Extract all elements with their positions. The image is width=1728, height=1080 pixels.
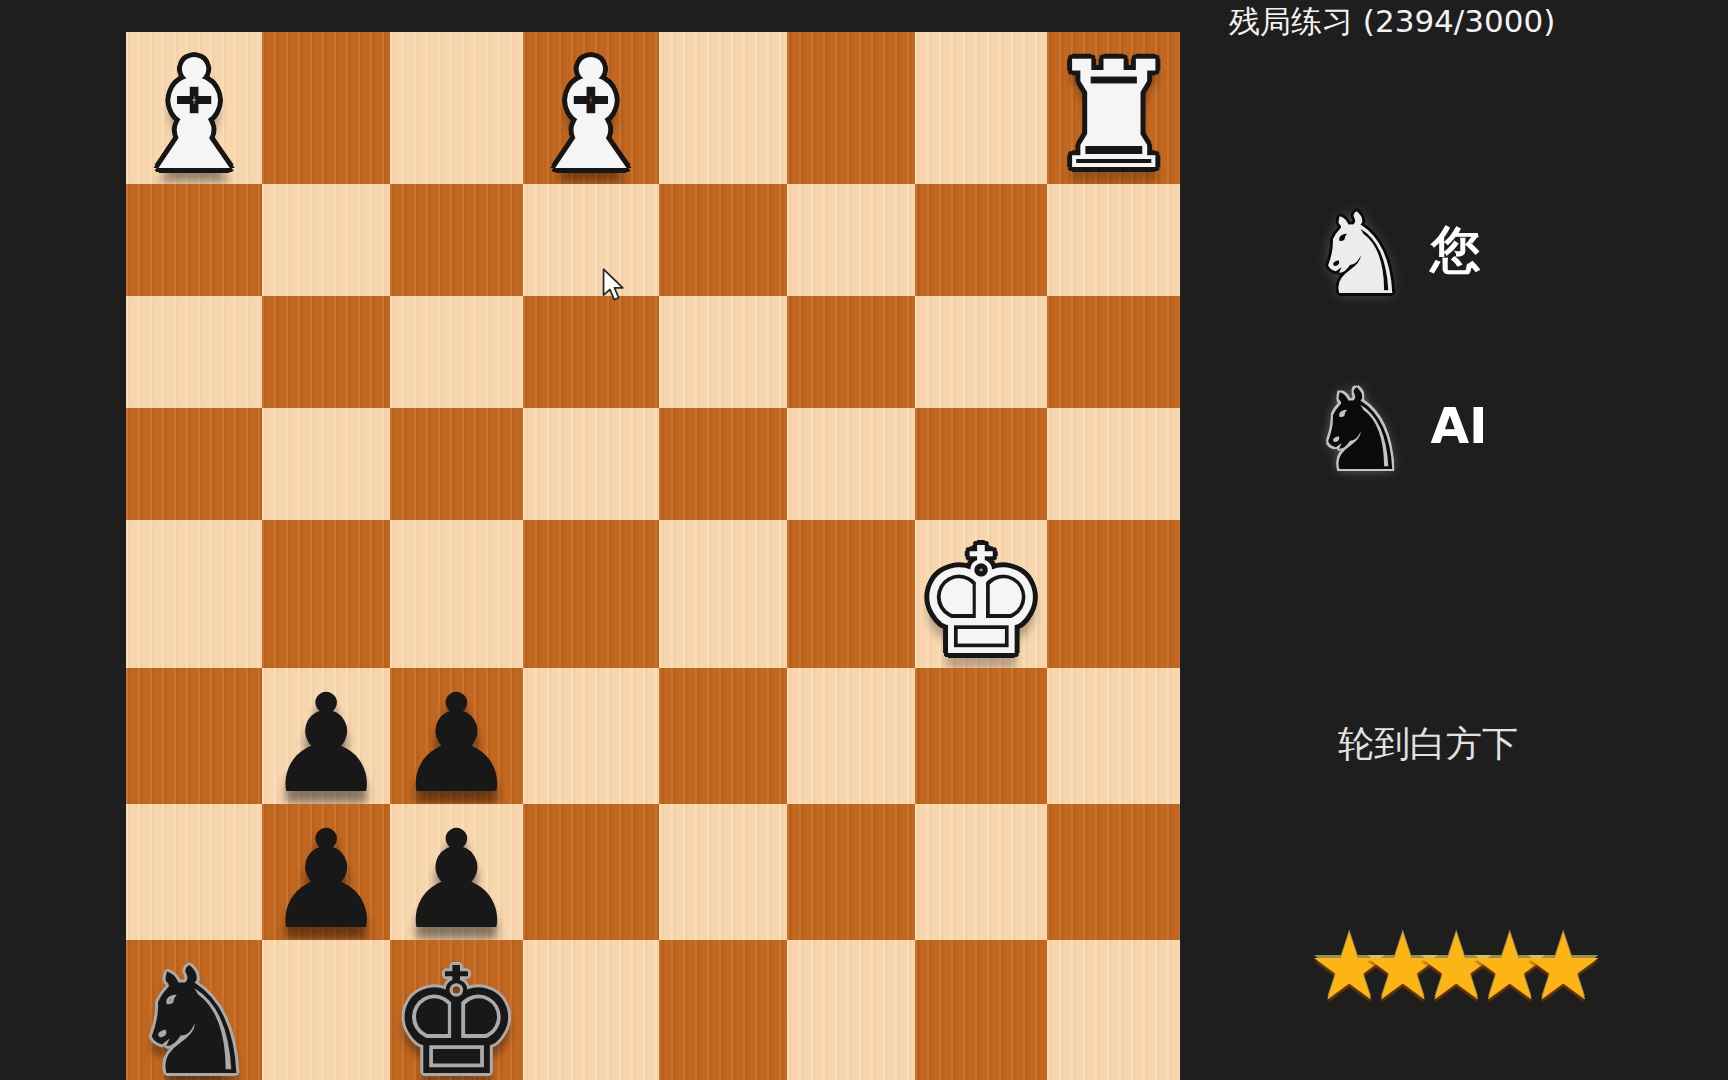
square-g4[interactable]: ♚ — [915, 520, 1048, 668]
square-a6[interactable] — [126, 296, 262, 408]
square-c3[interactable]: ♟ — [390, 668, 523, 804]
square-b1[interactable] — [262, 940, 390, 1080]
side-panel: 残局练习 (2394/3000) ♞ 您 ♞ AI 轮到白方下 ★★★★★ — [1180, 0, 1728, 1080]
black-pawn-b3[interactable]: ♟ — [265, 676, 387, 812]
square-g2[interactable] — [915, 804, 1048, 940]
square-g8[interactable] — [915, 32, 1048, 184]
black-pawn-c3[interactable]: ♟ — [395, 676, 517, 812]
square-f3[interactable] — [787, 668, 915, 804]
square-b8[interactable] — [262, 32, 390, 184]
square-e6[interactable] — [659, 296, 787, 408]
white-bishop-d8[interactable]: ♝ — [523, 40, 659, 192]
star-icon: ★ — [1415, 936, 1469, 1000]
square-f8[interactable] — [787, 32, 915, 184]
square-b3[interactable]: ♟ — [262, 668, 390, 804]
turn-indicator: 轮到白方下 — [1338, 720, 1518, 769]
square-b7[interactable] — [262, 184, 390, 296]
white-bishop-a8[interactable]: ♝ — [126, 40, 262, 192]
square-d5[interactable] — [523, 408, 659, 520]
star-icon: ★ — [1469, 936, 1523, 1000]
black-pawn-c2[interactable]: ♟ — [395, 812, 517, 948]
square-b4[interactable] — [262, 520, 390, 668]
square-f4[interactable] — [787, 520, 915, 668]
white-knight-icon: ♞ — [1310, 210, 1410, 298]
square-c8[interactable] — [390, 32, 523, 184]
square-a7[interactable] — [126, 184, 262, 296]
black-knight-a1[interactable]: ♞ — [128, 948, 261, 1080]
square-c1[interactable]: ♚ — [390, 940, 523, 1080]
square-b5[interactable] — [262, 408, 390, 520]
star-icon: ★ — [1362, 936, 1416, 1000]
square-d4[interactable] — [523, 520, 659, 668]
square-c2[interactable]: ♟ — [390, 804, 523, 940]
player-ai: ♞ AI — [1310, 382, 1488, 470]
square-f6[interactable] — [787, 296, 915, 408]
square-h3[interactable] — [1047, 668, 1180, 804]
square-g7[interactable] — [915, 184, 1048, 296]
player-ai-label: AI — [1430, 382, 1487, 470]
square-b2[interactable]: ♟ — [262, 804, 390, 940]
white-king-g4[interactable]: ♚ — [915, 528, 1048, 676]
black-knight-icon: ♞ — [1310, 386, 1410, 474]
player-you-label: 您 — [1430, 206, 1480, 294]
player-you: ♞ 您 — [1310, 206, 1480, 294]
square-h6[interactable] — [1047, 296, 1180, 408]
square-a8[interactable]: ♝ — [126, 32, 262, 184]
square-c6[interactable] — [390, 296, 523, 408]
square-a1[interactable]: ♞ — [126, 940, 262, 1080]
square-e8[interactable] — [659, 32, 787, 184]
square-e2[interactable] — [659, 804, 787, 940]
square-d1[interactable] — [523, 940, 659, 1080]
square-f1[interactable] — [787, 940, 915, 1080]
square-e5[interactable] — [659, 408, 787, 520]
black-pawn-b2[interactable]: ♟ — [265, 812, 387, 948]
square-f7[interactable] — [787, 184, 915, 296]
square-h8[interactable]: ♜ — [1047, 32, 1180, 184]
practice-title: 残局练习 (2394/3000) — [1229, 1, 1555, 43]
square-h1[interactable] — [1047, 940, 1180, 1080]
square-a3[interactable] — [126, 668, 262, 804]
square-c7[interactable] — [390, 184, 523, 296]
square-c5[interactable] — [390, 408, 523, 520]
square-d3[interactable] — [523, 668, 659, 804]
square-b6[interactable] — [262, 296, 390, 408]
square-f5[interactable] — [787, 408, 915, 520]
square-h2[interactable] — [1047, 804, 1180, 940]
difficulty-stars: ★★★★★ — [1308, 936, 1576, 1000]
square-g1[interactable] — [915, 940, 1048, 1080]
square-g6[interactable] — [915, 296, 1048, 408]
square-d2[interactable] — [523, 804, 659, 940]
mouse-cursor — [601, 268, 625, 302]
star-icon: ★ — [1522, 936, 1576, 1000]
square-c4[interactable] — [390, 520, 523, 668]
square-e4[interactable] — [659, 520, 787, 668]
square-h4[interactable] — [1047, 520, 1180, 668]
square-a2[interactable] — [126, 804, 262, 940]
square-e1[interactable] — [659, 940, 787, 1080]
square-e7[interactable] — [659, 184, 787, 296]
square-a4[interactable] — [126, 520, 262, 668]
square-d8[interactable]: ♝ — [523, 32, 659, 184]
white-rook-h8[interactable]: ♜ — [1047, 42, 1180, 190]
chess-board: ♝♝♜♚♟♟♟♟♞♚ — [126, 32, 1180, 1080]
star-icon: ★ — [1308, 936, 1362, 1000]
square-a5[interactable] — [126, 408, 262, 520]
square-h7[interactable] — [1047, 184, 1180, 296]
square-g5[interactable] — [915, 408, 1048, 520]
square-e3[interactable] — [659, 668, 787, 804]
square-d7[interactable] — [523, 184, 659, 296]
square-h5[interactable] — [1047, 408, 1180, 520]
black-king-c1[interactable]: ♚ — [390, 948, 523, 1080]
square-f2[interactable] — [787, 804, 915, 940]
square-d6[interactable] — [523, 296, 659, 408]
square-g3[interactable] — [915, 668, 1048, 804]
